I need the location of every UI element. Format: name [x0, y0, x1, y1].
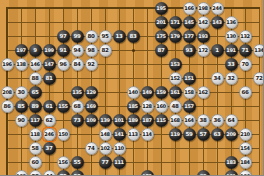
black-stone-93: 93	[183, 44, 196, 57]
black-stone-143: 143	[211, 16, 224, 29]
white-stone-36: 36	[211, 114, 224, 127]
black-stone-175: 175	[155, 30, 168, 43]
black-stone-99: 99	[71, 30, 84, 43]
white-stone-166: 166	[183, 2, 196, 15]
black-stone-159: 159	[155, 86, 168, 99]
white-stone-208: 208	[1, 86, 14, 99]
white-stone-70: 70	[239, 58, 252, 71]
black-stone-101: 101	[113, 114, 126, 127]
black-stone-87: 87	[155, 44, 168, 57]
black-stone-135: 135	[71, 86, 84, 99]
black-stone-71: 71	[239, 44, 252, 57]
white-stone-172: 172	[197, 44, 210, 57]
black-stone-37: 37	[43, 142, 56, 155]
black-stone-209: 209	[225, 128, 238, 141]
white-stone-94: 94	[71, 44, 84, 57]
stones-grid: 1951661982442011711451421431369799809513…	[0, 1, 263, 175]
black-stone-59: 59	[183, 128, 196, 141]
black-stone-199: 199	[43, 44, 56, 57]
white-stone-58: 58	[29, 142, 42, 155]
white-stone-184: 184	[239, 156, 252, 169]
white-stone-134: 134	[253, 44, 264, 57]
black-stone-63: 63	[211, 128, 224, 141]
white-stone-48: 48	[169, 100, 182, 113]
white-stone-118: 118	[29, 128, 42, 141]
white-stone-146: 146	[29, 58, 42, 71]
white-stone-162: 162	[197, 86, 210, 99]
black-stone-197: 197	[15, 44, 28, 57]
white-stone-74: 74	[85, 142, 98, 155]
black-stone-115: 115	[155, 114, 168, 127]
white-stone-198: 198	[197, 2, 210, 15]
black-stone-85: 85	[15, 100, 28, 113]
black-stone-33: 33	[225, 58, 238, 71]
black-stone-177: 177	[183, 30, 196, 43]
black-stone-173: 173	[141, 170, 154, 176]
black-stone-193: 193	[197, 30, 210, 43]
black-stone-155: 155	[57, 100, 70, 113]
white-stone-34: 34	[211, 72, 224, 85]
black-stone-189: 189	[127, 114, 140, 127]
white-stone-88: 88	[29, 72, 42, 85]
black-stone-13: 13	[113, 30, 126, 43]
black-stone-9: 9	[29, 44, 42, 57]
white-stone-98: 98	[85, 44, 98, 57]
white-stone-164: 164	[183, 114, 196, 127]
white-stone-32: 32	[225, 72, 238, 85]
white-stone-64: 64	[225, 114, 238, 127]
white-stone-142: 142	[197, 16, 210, 29]
white-stone-110: 110	[113, 142, 126, 155]
black-stone-141: 141	[113, 128, 126, 141]
white-stone-130: 130	[225, 30, 238, 43]
black-stone-161: 161	[169, 86, 182, 99]
black-stone-195: 195	[155, 2, 168, 15]
black-stone-185: 185	[127, 100, 140, 113]
black-stone-157: 157	[183, 100, 196, 113]
black-stone-65: 65	[29, 86, 42, 99]
white-stone-92: 92	[85, 58, 98, 71]
white-stone-90: 90	[15, 114, 28, 127]
black-stone-191: 191	[225, 44, 238, 57]
black-stone-109: 109	[85, 114, 98, 127]
black-stone-147: 147	[43, 58, 56, 71]
black-stone-179: 179	[169, 30, 182, 43]
black-stone-117: 117	[29, 114, 42, 127]
white-stone-154: 154	[239, 142, 252, 155]
black-stone-77: 77	[99, 156, 112, 169]
black-stone-53: 53	[71, 170, 84, 176]
white-stone-28: 28	[29, 170, 42, 176]
black-stone-187: 187	[141, 114, 154, 127]
white-stone-138: 138	[15, 58, 28, 71]
black-stone-89: 89	[29, 100, 42, 113]
white-stone-114: 114	[141, 128, 154, 141]
white-stone-80: 80	[85, 30, 98, 43]
white-stone-140: 140	[127, 86, 140, 99]
white-stone-244: 244	[211, 2, 224, 15]
black-stone-183: 183	[225, 156, 238, 169]
black-stone-69: 69	[197, 170, 210, 176]
black-stone-57: 57	[197, 128, 210, 141]
black-stone-81: 81	[43, 72, 56, 85]
white-stone-136: 136	[225, 16, 238, 29]
black-stone-91: 91	[57, 44, 70, 57]
black-stone-139: 139	[99, 114, 112, 127]
black-stone-151: 151	[183, 72, 196, 85]
black-stone-169: 169	[85, 100, 98, 113]
white-stone-113: 113	[127, 128, 140, 141]
black-stone-171: 171	[169, 16, 182, 29]
white-stone-82: 82	[99, 44, 112, 57]
white-stone-246-last-move: 246	[43, 128, 56, 141]
white-stone-168: 168	[169, 114, 182, 127]
white-stone-148: 148	[99, 128, 112, 141]
black-stone-149: 149	[141, 86, 154, 99]
black-stone-111: 111	[113, 156, 126, 169]
black-stone-55: 55	[71, 156, 84, 169]
white-stone-152: 152	[169, 72, 182, 85]
white-stone-68: 68	[71, 100, 84, 113]
white-stone-102: 102	[99, 142, 112, 155]
white-stone-44: 44	[43, 170, 56, 176]
black-stone-75: 75	[57, 170, 70, 176]
black-stone-145: 145	[183, 16, 196, 29]
white-stone-210: 210	[239, 128, 252, 141]
black-stone-1: 1	[211, 44, 224, 57]
white-stone-30: 30	[15, 86, 28, 99]
white-stone-96: 96	[57, 58, 70, 71]
black-stone-97: 97	[57, 30, 70, 43]
black-stone-83: 83	[127, 30, 140, 43]
white-stone-60: 60	[29, 156, 42, 169]
black-stone-73: 73	[71, 114, 84, 127]
white-stone-95: 95	[99, 30, 112, 43]
white-stone-196: 196	[1, 58, 14, 71]
white-stone-156: 156	[57, 156, 70, 169]
white-stone-158: 158	[183, 86, 196, 99]
white-stone-188: 188	[15, 170, 28, 176]
black-stone-61: 61	[43, 100, 56, 113]
white-stone-72: 72	[253, 72, 264, 85]
white-stone-150: 150	[57, 128, 70, 141]
black-stone-129: 129	[85, 86, 98, 99]
black-stone-201: 201	[155, 16, 168, 29]
white-stone-66: 66	[239, 86, 252, 99]
go-board[interactable]: 1951661982442011711451421431369799809513…	[0, 0, 263, 175]
white-stone-186: 186	[239, 170, 252, 176]
black-stone-119: 119	[169, 128, 182, 141]
black-stone-181: 181	[225, 170, 238, 176]
white-stone-62: 62	[43, 114, 56, 127]
white-stone-38: 38	[197, 114, 210, 127]
white-stone-128: 128	[141, 100, 154, 113]
white-stone-84: 84	[71, 58, 84, 71]
black-stone-153: 153	[169, 58, 182, 71]
white-stone-160: 160	[155, 100, 168, 113]
white-stone-86: 86	[1, 100, 14, 113]
white-stone-132: 132	[239, 30, 252, 43]
